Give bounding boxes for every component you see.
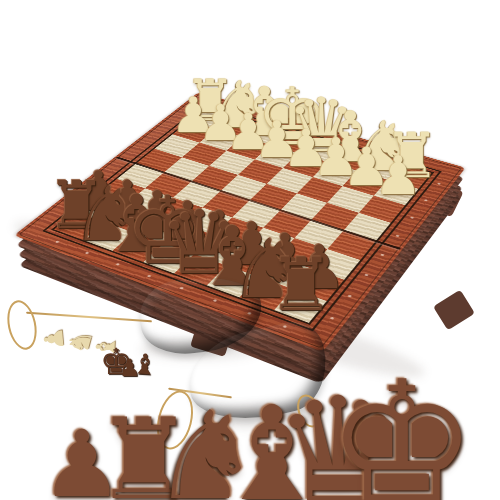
drawstring-loop-bag1 [3, 298, 41, 353]
magnet-dot [364, 274, 368, 277]
product-photo-stage: ♜♞♝♚♛♝♞♜♟♟♟♟♟♟♟♟♟♟♟♟♟♟♟♟♜♞♝♚♛♝♞♜ ♟♞♝♚♟♝ … [0, 0, 500, 500]
magnet-dot [115, 263, 120, 266]
magnet-dot [147, 275, 152, 278]
magnet-dot [437, 183, 441, 185]
magnet-dot [330, 317, 335, 320]
mini-piece-black-bishop: ♝ [131, 350, 158, 380]
magnet-dot [380, 254, 384, 257]
magnet-dot [396, 235, 400, 238]
magnet-dot [410, 216, 414, 218]
magnet-dot [347, 295, 352, 298]
magnet-dot [55, 241, 59, 244]
display-piece-king: ♚ [327, 359, 478, 500]
magnet-dot [424, 199, 428, 201]
board-foot-right [433, 290, 475, 331]
magnet-dot [85, 252, 90, 255]
